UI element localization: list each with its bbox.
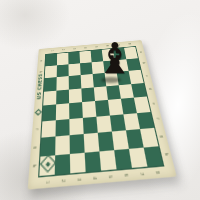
square xyxy=(131,83,147,98)
square xyxy=(82,101,96,117)
file-label: c xyxy=(145,75,149,77)
square xyxy=(56,103,69,119)
square xyxy=(42,104,56,121)
file-label: h xyxy=(32,164,37,168)
square xyxy=(84,133,100,152)
black-bishop: ♝ xyxy=(96,39,126,79)
file-label: f xyxy=(155,118,160,120)
square xyxy=(81,74,94,88)
square xyxy=(137,111,154,129)
file-label: b xyxy=(142,62,146,64)
rank-label: 4 xyxy=(91,176,96,180)
square xyxy=(57,64,69,77)
rank-label: 8 xyxy=(154,171,160,175)
rank-label: 1 xyxy=(44,180,49,184)
square xyxy=(70,152,86,173)
file-label: a xyxy=(139,51,143,53)
square xyxy=(81,87,95,102)
file-label: f xyxy=(34,129,38,131)
rank-label: 7 xyxy=(138,172,143,176)
square xyxy=(83,116,98,134)
square xyxy=(56,76,68,90)
rank-label: 1 xyxy=(50,50,53,52)
rank-label: 6 xyxy=(123,173,128,177)
rank-label: 3 xyxy=(72,48,75,50)
square xyxy=(134,96,150,112)
square xyxy=(70,134,85,153)
square xyxy=(69,102,83,118)
rank-label: 2 xyxy=(60,179,65,183)
square xyxy=(69,88,82,103)
square xyxy=(55,153,70,174)
file-label: d xyxy=(148,88,152,91)
square xyxy=(43,90,56,105)
us-chess-diamond-icon xyxy=(40,155,56,173)
us-chess-logo xyxy=(41,154,56,174)
square xyxy=(55,135,70,154)
file-label: e xyxy=(151,102,156,105)
square xyxy=(41,120,55,138)
rank-label: 3 xyxy=(76,178,81,182)
file-label: g xyxy=(33,145,38,148)
rank-label: 5 xyxy=(107,175,112,179)
cloth-shadow-top-left xyxy=(0,0,70,50)
file-label: g xyxy=(159,134,164,137)
square xyxy=(56,89,69,104)
file-label: a xyxy=(40,60,44,62)
photo-scene: 12345678 12345678 abcdefgh abcdefgh US C… xyxy=(0,0,200,200)
square xyxy=(140,128,158,147)
square xyxy=(69,75,82,89)
rank-label: 2 xyxy=(61,49,64,51)
us-chess-diamond-icon xyxy=(34,108,41,115)
square xyxy=(85,151,101,172)
square xyxy=(44,77,57,91)
file-label: h xyxy=(164,153,169,157)
square xyxy=(69,117,83,135)
square xyxy=(68,63,80,76)
rank-label: 4 xyxy=(83,47,87,49)
square xyxy=(144,146,163,167)
square xyxy=(56,119,70,137)
